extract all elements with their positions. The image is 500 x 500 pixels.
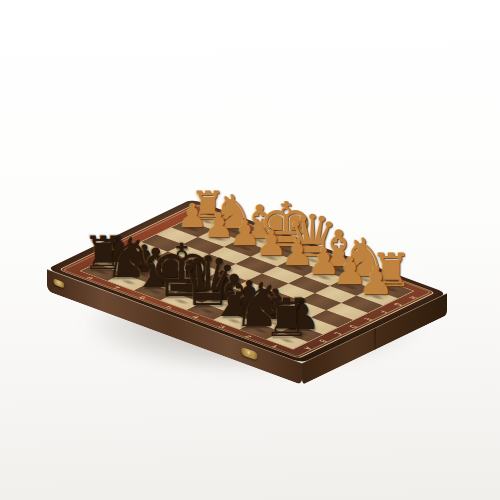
fold-seam [375,329,376,351]
photo-stage: 87654321 HGFEDCBA ♜♞♝♚♛♝♞♜♟♟♟♟♟♟♟♟♟♟♟♟♟♟… [0,0,500,500]
latch-pin-icon [246,350,251,358]
brass-clasp-icon [53,278,64,288]
brass-latch-icon [241,346,257,360]
